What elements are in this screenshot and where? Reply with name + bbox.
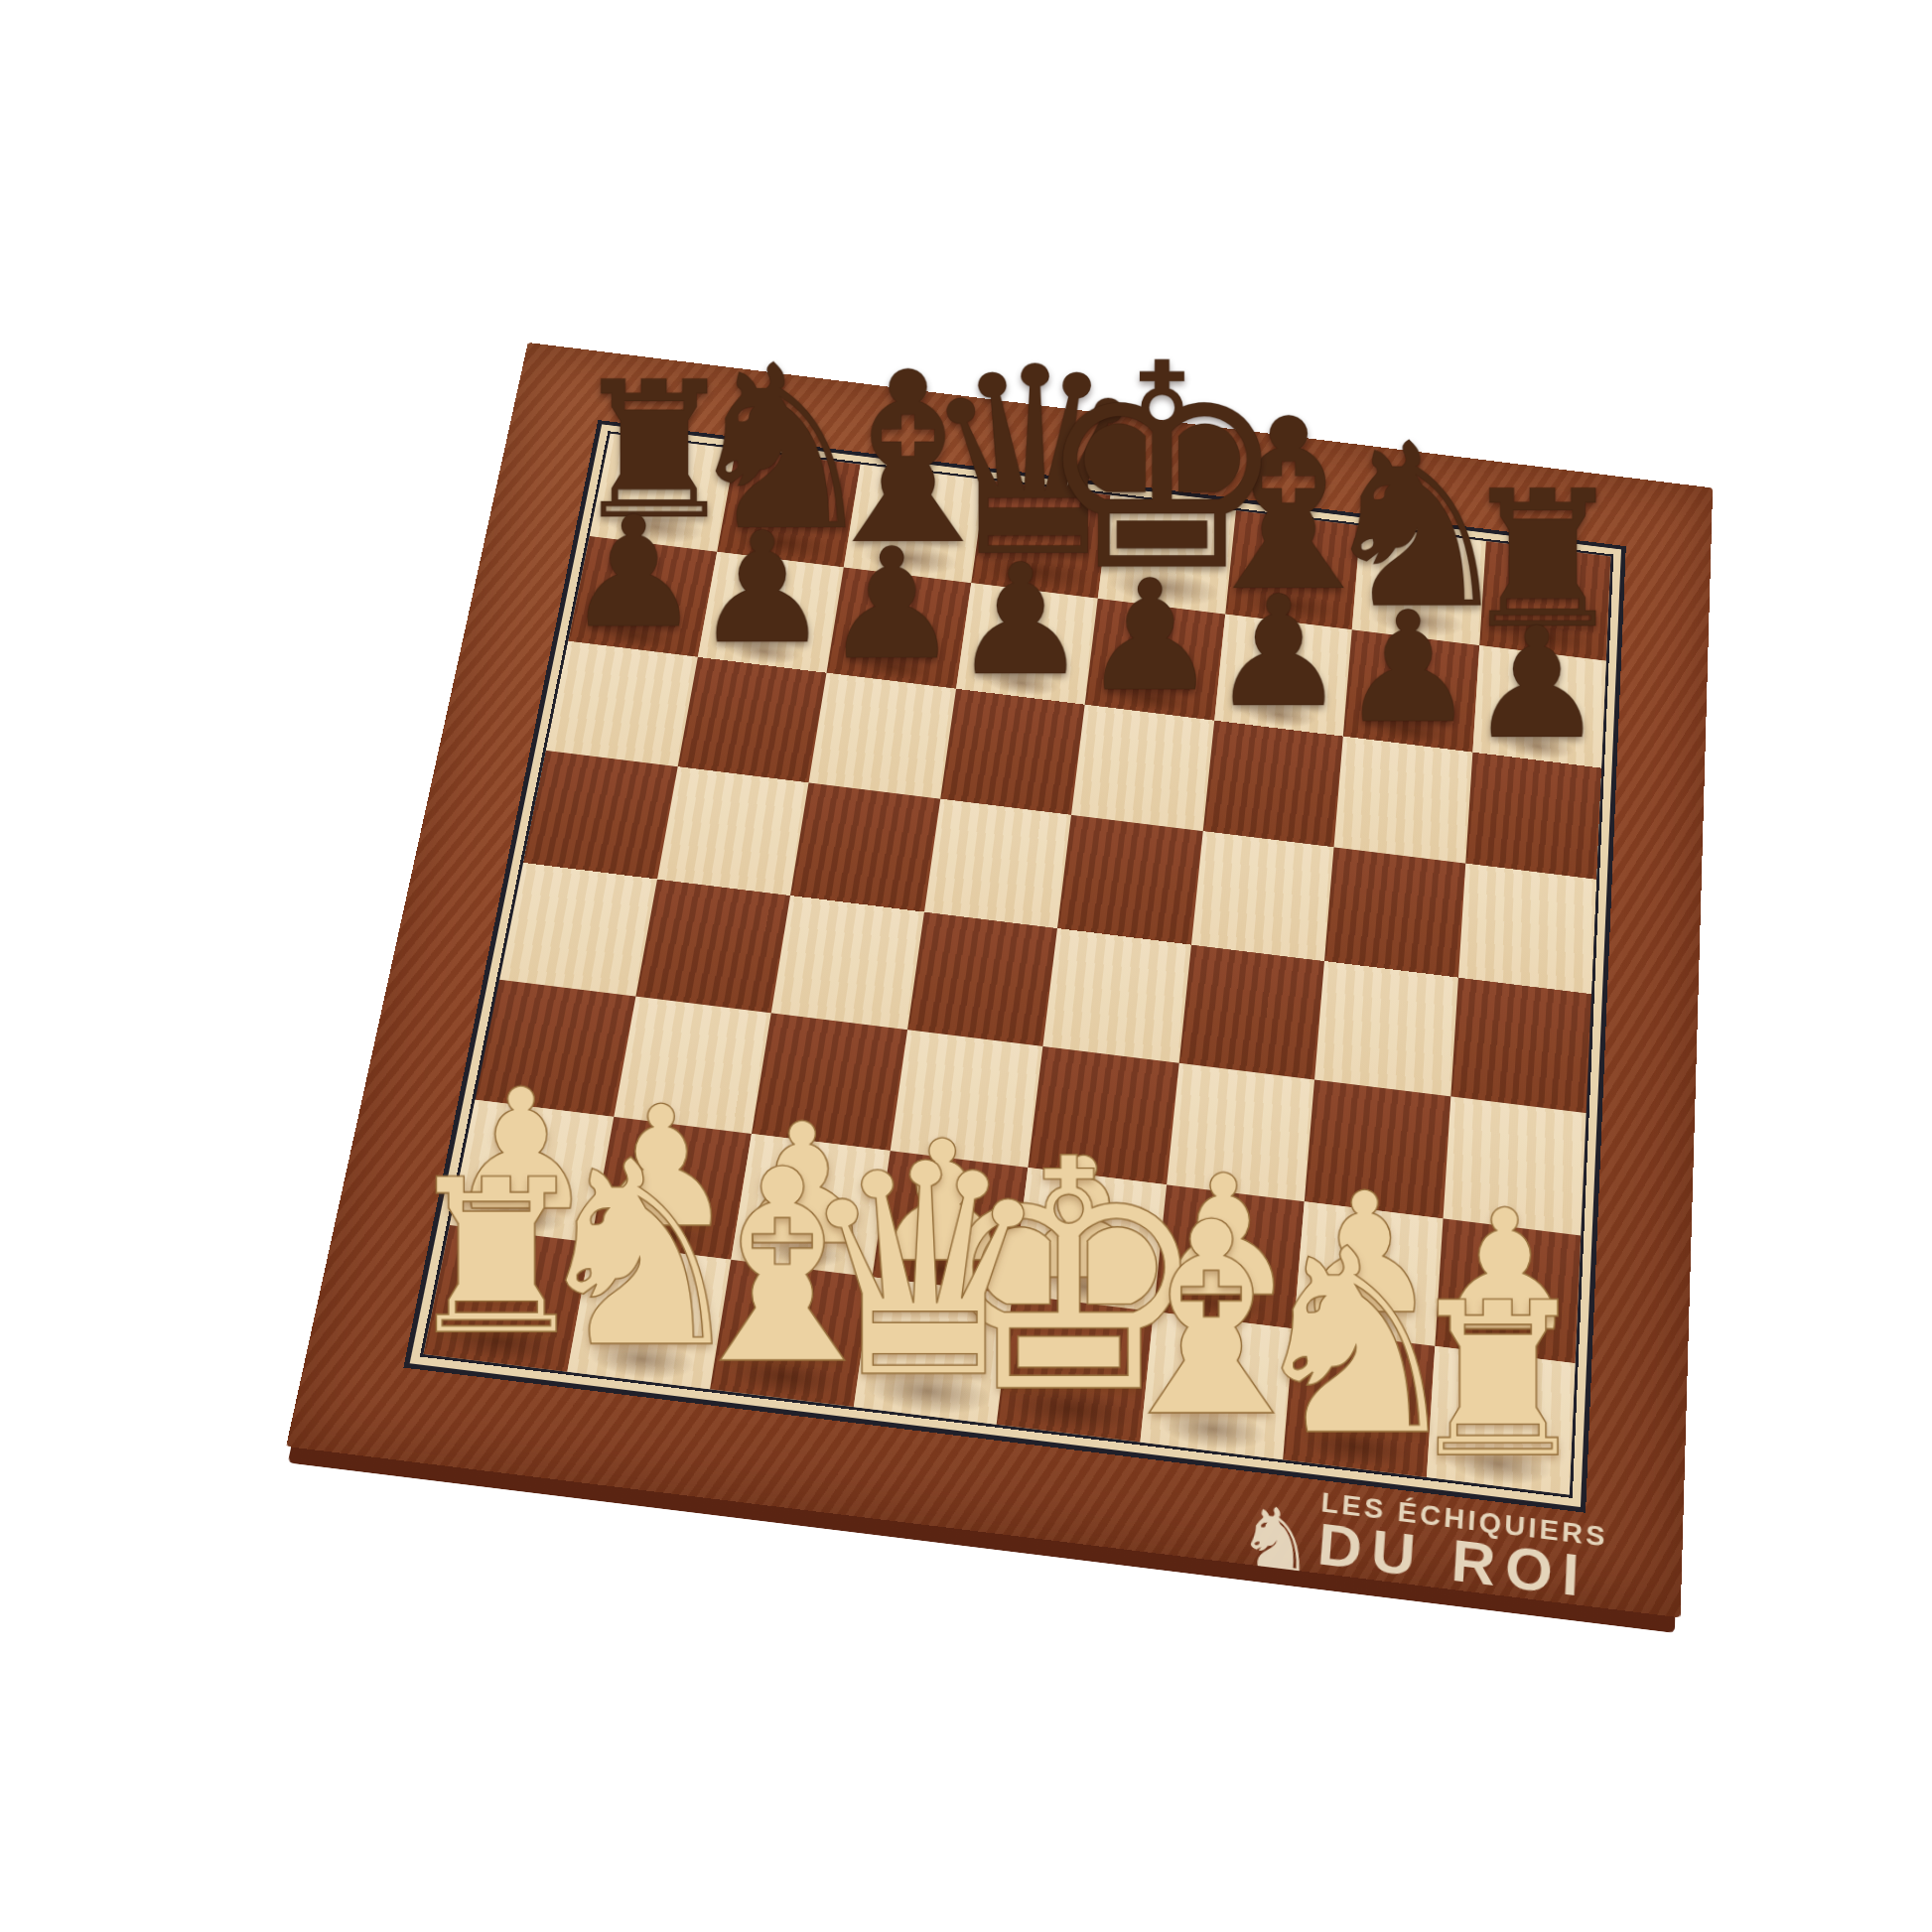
square-f7[interactable]: ♟ xyxy=(1214,614,1352,736)
square-f1[interactable]: ♝ xyxy=(1140,1311,1294,1460)
square-d7[interactable]: ♟ xyxy=(956,583,1098,705)
square-h4[interactable] xyxy=(1450,978,1591,1113)
square-c7[interactable]: ♟ xyxy=(826,567,970,689)
square-h5[interactable] xyxy=(1457,863,1596,994)
square-e6[interactable] xyxy=(1071,705,1214,831)
piece-black-pawn[interactable]: ♟ xyxy=(1081,564,1219,710)
square-g5[interactable] xyxy=(1324,847,1465,978)
square-c6[interactable] xyxy=(809,673,956,798)
square-h1[interactable]: ♜ xyxy=(1426,1345,1575,1494)
square-e4[interactable] xyxy=(1042,928,1190,1062)
board-scene: ♜♞♝♛♚♝♞♜♟♟♟♟♟♟♟♟♟♟♟♟♟♟♟♟♜♞♝♛♚♝♞♜ ♞ LES É… xyxy=(339,209,1777,1648)
square-e5[interactable] xyxy=(1057,814,1202,944)
square-a4[interactable] xyxy=(499,863,656,996)
square-g7[interactable]: ♟ xyxy=(1343,629,1479,753)
square-c5[interactable] xyxy=(790,782,940,911)
piece-black-pawn[interactable]: ♟ xyxy=(952,548,1090,694)
piece-black-pawn[interactable]: ♟ xyxy=(823,532,961,678)
board-plane: ♜♞♝♛♚♝♞♜♟♟♟♟♟♟♟♟♟♟♟♟♟♟♟♟♜♞♝♛♚♝♞♜ ♞ LES É… xyxy=(286,343,1713,1617)
square-g6[interactable] xyxy=(1334,737,1472,864)
square-c1[interactable]: ♝ xyxy=(710,1259,872,1407)
square-b7[interactable]: ♟ xyxy=(697,551,843,672)
piece-white-bishop[interactable]: ♝ xyxy=(663,1142,901,1395)
square-f5[interactable] xyxy=(1190,831,1333,961)
chessboard: ♜♞♝♛♚♝♞♜♟♟♟♟♟♟♟♟♟♟♟♟♟♟♟♟♜♞♝♛♚♝♞♜ ♞ LES É… xyxy=(286,343,1713,1617)
square-f4[interactable] xyxy=(1178,945,1324,1080)
board-pinstripe-border: ♜♞♝♛♚♝♞♜♟♟♟♟♟♟♟♟♟♟♟♟♟♟♟♟♜♞♝♛♚♝♞♜ xyxy=(403,420,1625,1513)
square-d4[interactable] xyxy=(907,911,1057,1045)
square-d6[interactable] xyxy=(940,689,1085,815)
board-grid: ♜♞♝♛♚♝♞♜♟♟♟♟♟♟♟♟♟♟♟♟♟♟♟♟♜♞♝♛♚♝♞♜ xyxy=(420,431,1613,1498)
piece-black-pawn[interactable]: ♟ xyxy=(1468,611,1606,757)
square-a6[interactable] xyxy=(546,641,697,766)
square-e7[interactable]: ♟ xyxy=(1085,598,1225,720)
piece-black-pawn[interactable]: ♟ xyxy=(1210,579,1348,725)
square-f6[interactable] xyxy=(1202,721,1343,847)
square-b6[interactable] xyxy=(677,657,826,782)
square-a5[interactable] xyxy=(523,751,677,880)
piece-black-pawn[interactable]: ♟ xyxy=(1339,595,1477,741)
square-b5[interactable] xyxy=(657,766,809,896)
square-d5[interactable] xyxy=(924,798,1072,928)
square-h7[interactable]: ♟ xyxy=(1472,645,1606,768)
square-h6[interactable] xyxy=(1465,753,1601,880)
square-b4[interactable] xyxy=(635,879,790,1012)
piece-white-rook[interactable]: ♜ xyxy=(1403,1280,1593,1482)
square-c4[interactable] xyxy=(771,896,924,1030)
piece-black-pawn[interactable]: ♟ xyxy=(694,516,832,662)
piece-white-bishop[interactable]: ♝ xyxy=(1092,1194,1330,1448)
square-g4[interactable] xyxy=(1314,961,1457,1096)
horse-rider-icon: ♞ xyxy=(1234,1502,1318,1577)
piece-black-pawn[interactable]: ♟ xyxy=(565,500,703,646)
